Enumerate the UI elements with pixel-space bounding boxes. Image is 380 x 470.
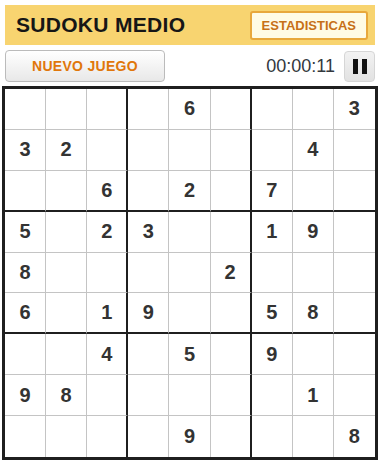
sudoku-cell-r7c4[interactable] <box>128 334 169 375</box>
new-game-button[interactable]: NUEVO JUEGO <box>5 50 165 82</box>
sudoku-cell-r8c5[interactable] <box>169 375 210 416</box>
sudoku-cell-r2c6[interactable] <box>211 130 252 171</box>
pause-button[interactable] <box>344 51 375 82</box>
sudoku-cell-r2c3[interactable] <box>87 130 128 171</box>
sudoku-cell-r2c7[interactable] <box>252 130 293 171</box>
sudoku-cell-r8c3[interactable] <box>87 375 128 416</box>
sudoku-cell-r2c5[interactable] <box>169 130 210 171</box>
sudoku-cell-r7c5[interactable]: 5 <box>169 334 210 375</box>
sudoku-cell-r8c6[interactable] <box>211 375 252 416</box>
sudoku-cell-r9c9[interactable]: 8 <box>334 416 375 457</box>
toolbar: NUEVO JUEGO 00:00:11 <box>5 48 375 84</box>
page-title: SUDOKU MEDIO <box>16 13 185 37</box>
sudoku-cell-r6c7[interactable]: 5 <box>252 293 293 334</box>
sudoku-cell-r9c2[interactable] <box>46 416 87 457</box>
game-timer: 00:00:11 <box>266 56 335 77</box>
sudoku-cell-r2c9[interactable] <box>334 130 375 171</box>
sudoku-cell-r3c1[interactable] <box>5 171 46 212</box>
sudoku-cell-r7c9[interactable] <box>334 334 375 375</box>
sudoku-cell-r5c1[interactable]: 8 <box>5 253 46 294</box>
sudoku-cell-r4c2[interactable] <box>46 212 87 253</box>
sudoku-cell-r6c6[interactable] <box>211 293 252 334</box>
sudoku-cell-r1c9[interactable]: 3 <box>334 89 375 130</box>
pause-icon <box>353 59 358 74</box>
sudoku-cell-r1c5[interactable]: 6 <box>169 89 210 130</box>
sudoku-cell-r6c9[interactable] <box>334 293 375 334</box>
sudoku-cell-r3c8[interactable] <box>293 171 334 212</box>
sudoku-cell-r5c8[interactable] <box>293 253 334 294</box>
sudoku-cell-r2c8[interactable]: 4 <box>293 130 334 171</box>
sudoku-cell-r8c8[interactable]: 1 <box>293 375 334 416</box>
sudoku-cell-r6c2[interactable] <box>46 293 87 334</box>
sudoku-cell-r5c9[interactable] <box>334 253 375 294</box>
sudoku-cell-r9c4[interactable] <box>128 416 169 457</box>
sudoku-cell-r1c8[interactable] <box>293 89 334 130</box>
sudoku-app: SUDOKU MEDIO ESTADISTICAS NUEVO JUEGO 00… <box>0 0 380 470</box>
sudoku-cell-r7c3[interactable]: 4 <box>87 334 128 375</box>
sudoku-cell-r4c5[interactable] <box>169 212 210 253</box>
sudoku-cell-r2c4[interactable] <box>128 130 169 171</box>
sudoku-cell-r3c3[interactable]: 6 <box>87 171 128 212</box>
sudoku-cell-r8c7[interactable] <box>252 375 293 416</box>
sudoku-cell-r5c5[interactable] <box>169 253 210 294</box>
sudoku-cell-r6c3[interactable]: 1 <box>87 293 128 334</box>
sudoku-cell-r9c1[interactable] <box>5 416 46 457</box>
sudoku-cell-r7c6[interactable] <box>211 334 252 375</box>
pause-icon <box>362 59 367 74</box>
sudoku-cell-r1c4[interactable] <box>128 89 169 130</box>
sudoku-cell-r9c8[interactable] <box>293 416 334 457</box>
app-header: SUDOKU MEDIO ESTADISTICAS <box>5 5 375 45</box>
sudoku-cell-r7c7[interactable]: 9 <box>252 334 293 375</box>
sudoku-cell-r1c3[interactable] <box>87 89 128 130</box>
sudoku-cell-r6c1[interactable]: 6 <box>5 293 46 334</box>
sudoku-cell-r3c2[interactable] <box>46 171 87 212</box>
sudoku-cell-r3c4[interactable] <box>128 171 169 212</box>
sudoku-cell-r1c7[interactable] <box>252 89 293 130</box>
statistics-button[interactable]: ESTADISTICAS <box>250 11 368 40</box>
sudoku-cell-r5c3[interactable] <box>87 253 128 294</box>
sudoku-cell-r8c4[interactable] <box>128 375 169 416</box>
sudoku-cell-r5c7[interactable] <box>252 253 293 294</box>
sudoku-cell-r9c3[interactable] <box>87 416 128 457</box>
sudoku-cell-r5c2[interactable] <box>46 253 87 294</box>
sudoku-cell-r3c9[interactable] <box>334 171 375 212</box>
sudoku-cell-r3c6[interactable] <box>211 171 252 212</box>
sudoku-cell-r7c2[interactable] <box>46 334 87 375</box>
sudoku-cell-r5c6[interactable]: 2 <box>211 253 252 294</box>
sudoku-cell-r3c7[interactable]: 7 <box>252 171 293 212</box>
sudoku-cell-r7c1[interactable] <box>5 334 46 375</box>
sudoku-cell-r6c4[interactable]: 9 <box>128 293 169 334</box>
sudoku-cell-r4c4[interactable]: 3 <box>128 212 169 253</box>
sudoku-cell-r2c2[interactable]: 2 <box>46 130 87 171</box>
sudoku-cell-r4c6[interactable] <box>211 212 252 253</box>
sudoku-cell-r6c8[interactable]: 8 <box>293 293 334 334</box>
sudoku-cell-r2c1[interactable]: 3 <box>5 130 46 171</box>
sudoku-board: 6332462752319826195845998198 <box>2 86 378 460</box>
sudoku-cell-r4c3[interactable]: 2 <box>87 212 128 253</box>
sudoku-cell-r8c9[interactable] <box>334 375 375 416</box>
sudoku-cell-r3c5[interactable]: 2 <box>169 171 210 212</box>
sudoku-cell-r1c1[interactable] <box>5 89 46 130</box>
sudoku-cell-r7c8[interactable] <box>293 334 334 375</box>
sudoku-cell-r4c8[interactable]: 9 <box>293 212 334 253</box>
sudoku-cell-r5c4[interactable] <box>128 253 169 294</box>
sudoku-cell-r1c6[interactable] <box>211 89 252 130</box>
sudoku-cell-r9c6[interactable] <box>211 416 252 457</box>
sudoku-cell-r9c5[interactable]: 9 <box>169 416 210 457</box>
sudoku-cell-r9c7[interactable] <box>252 416 293 457</box>
sudoku-cell-r8c1[interactable]: 9 <box>5 375 46 416</box>
sudoku-cell-r4c7[interactable]: 1 <box>252 212 293 253</box>
sudoku-cell-r1c2[interactable] <box>46 89 87 130</box>
sudoku-cell-r4c9[interactable] <box>334 212 375 253</box>
sudoku-cell-r6c5[interactable] <box>169 293 210 334</box>
sudoku-cell-r8c2[interactable]: 8 <box>46 375 87 416</box>
sudoku-cell-r4c1[interactable]: 5 <box>5 212 46 253</box>
